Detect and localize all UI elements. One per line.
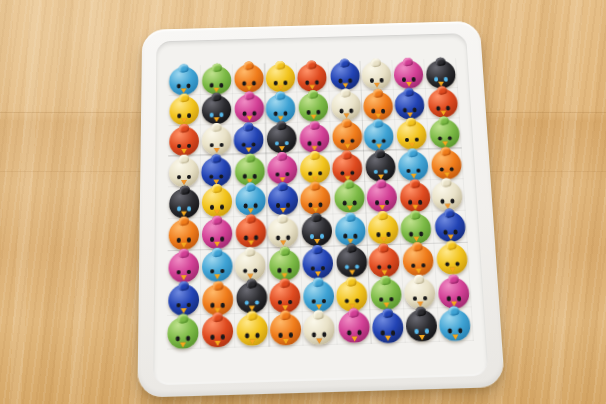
chick-peg-white[interactable] [235,250,266,281]
chick-eye-right [418,200,422,205]
chick-peg-blue[interactable] [302,247,333,278]
chick-eye-right [254,235,258,240]
chick-eye-left [406,168,410,173]
chick-peg-white[interactable] [331,91,361,120]
cell-r3c6 [330,121,364,152]
chick-beak [245,147,251,152]
chick-beak [406,82,412,87]
chick-eye-right [319,203,323,208]
chick-peg-blue[interactable] [372,312,403,344]
chick-peg-red[interactable] [400,182,430,212]
chick-eye-right [219,174,223,179]
chick-eye-right [448,136,452,141]
chick-eye-right [187,175,191,180]
chick-eye-right [355,298,359,303]
cell-r3c1 [168,125,201,156]
chick-eye-left [276,203,280,208]
chick-peg-yellow[interactable] [300,153,331,183]
chick-eye-right [187,238,191,243]
chick-peg-orange[interactable] [402,245,434,276]
chick-peg-magenta[interactable] [168,251,199,282]
chick-eye-right [187,144,191,149]
chick-beak [351,336,357,341]
chick-beak [281,273,287,278]
chick-eye-right [284,81,288,85]
chick-eye-right [286,172,290,177]
chick-peg-cyan[interactable] [169,67,198,96]
chick-eye-right [286,203,290,208]
chick-beak [280,240,286,245]
chick-peg-blue[interactable] [168,284,199,316]
cell-r6c9 [432,211,467,244]
chick-beak [383,302,389,307]
chick-eye-right [444,77,448,81]
cell-r8c3 [234,280,268,314]
cell-r7c8 [401,243,436,276]
chick-peg-red[interactable] [269,281,300,313]
chick-beak [213,117,219,122]
cell-r3c3 [233,123,266,154]
chick-eye-right [187,84,191,88]
chick-eye-left [377,265,381,270]
chick-eye-left [440,199,444,204]
chick-peg-red[interactable] [202,316,233,348]
chick-eye-left [274,81,278,85]
chick-eye-left [244,235,248,240]
chick-eye-left [244,300,248,305]
chick-peg-cyan[interactable] [363,121,394,151]
chick-peg-blue[interactable] [434,211,466,242]
chick-eye-right [221,335,225,340]
chick-peg-blue[interactable] [201,156,231,186]
cell-r2c5 [297,91,330,122]
chick-peg-green[interactable] [167,317,198,349]
chick-eye-right [322,299,326,304]
chick-eye-left [445,262,449,267]
chick-eye-left [308,171,312,176]
chick-eye-right [380,78,384,82]
chick-beak [247,209,253,214]
chick-eye-left [274,111,278,115]
chick-peg-cyan[interactable] [303,280,335,312]
chick-peg-blue[interactable] [394,90,425,119]
chick-eye-left [176,303,180,308]
chick-beak [375,114,381,119]
chick-peg-yellow[interactable] [396,120,427,150]
sudoku-tray [137,21,505,398]
chick-eye-left [414,329,418,334]
chick-eye-left [307,141,311,145]
chick-eye-left [306,110,310,114]
cell-r8c8 [402,276,437,310]
chick-peg-cyan[interactable] [202,250,233,281]
chick-beak [312,176,318,181]
chick-beak [384,336,390,341]
chick-eye-right [221,302,225,307]
cell-r6c7 [366,212,401,245]
chick-peg-black[interactable] [236,281,267,313]
chick-peg-orange[interactable] [332,121,363,151]
chick-peg-magenta[interactable] [393,60,424,89]
cell-r8c1 [167,282,201,316]
chick-beak [181,149,187,154]
chick-eye-right [457,296,461,301]
chick-eye-right [320,234,324,239]
chick-peg-blue[interactable] [268,185,299,216]
board-grid [166,58,473,349]
chick-eye-right [318,171,322,176]
chick-eye-left [409,232,413,237]
cell-r5c2 [200,186,233,218]
cell-r3c7 [362,120,396,151]
chick-eye-left [443,230,447,235]
chick-beak [180,275,186,280]
chick-peg-white[interactable] [303,313,335,345]
chick-peg-white[interactable] [361,61,391,90]
chick-beak [310,115,316,120]
chick-eye-right [351,139,355,144]
cell-r8c2 [201,281,235,315]
chick-eye-right [317,110,321,114]
cell-r3c8 [395,119,429,150]
chick-eye-left [209,174,213,179]
chick-eye-right [446,106,450,110]
chick-beak [214,340,220,345]
chick-peg-black[interactable] [405,310,437,342]
cell-r4c2 [200,155,233,187]
chick-eye-left [436,106,440,110]
chick-peg-yellow[interactable] [368,214,399,245]
chick-beak [447,235,453,240]
chick-eye-right [187,207,191,212]
chick-eye-right [456,262,460,267]
chick-beak [375,144,381,149]
chick-eye-left [343,234,347,239]
chick-peg-orange[interactable] [363,92,393,121]
cell-r7c6 [334,245,369,278]
cell-r6c2 [200,217,233,250]
chick-beak [346,206,352,211]
chick-beak [246,86,252,91]
chick-eye-right [220,237,224,242]
chick-peg-cyan[interactable] [398,151,429,181]
chick-beak [380,237,386,242]
chick-eye-left [177,238,181,243]
chick-beak [379,205,385,210]
chick-eye-right [253,111,257,115]
cell-r1c3 [232,63,264,94]
cell-r6c5 [300,214,334,247]
chick-beak [213,148,219,153]
chick-beak [349,270,355,275]
cell-r3c5 [298,121,331,152]
chick-peg-orange[interactable] [270,314,302,346]
chick-eye-left [176,336,180,341]
chick-peg-red[interactable] [427,89,458,118]
chick-peg-magenta[interactable] [438,277,469,308]
chick-peg-magenta[interactable] [267,154,297,184]
chick-beak [246,116,252,121]
chick-beak [418,334,424,339]
cell-r2c7 [361,90,395,121]
chick-eye-right [358,330,362,335]
chick-eye-left [276,235,280,240]
cell-r7c3 [234,248,268,281]
chick-eye-left [448,329,452,334]
cell-r5c5 [299,183,333,215]
chick-eye-right [387,265,391,270]
chick-peg-black[interactable] [426,60,456,88]
chick-eye-right [458,328,462,333]
chick-eye-left [243,269,247,274]
cell-r2c8 [393,89,427,120]
chick-peg-magenta[interactable] [300,124,330,153]
chick-peg-red[interactable] [297,63,327,92]
chick-peg-orange[interactable] [169,219,199,250]
chick-beak [314,239,320,244]
chick-eye-right [425,329,429,334]
chick-peg-orange[interactable] [234,64,264,93]
wood-table [0,0,606,404]
chick-eye-right [220,205,224,210]
chick-eye-left [405,138,409,143]
chick-beak [373,83,379,88]
chick-peg-yellow[interactable] [436,243,468,274]
chick-eye-left [210,302,214,307]
cell-r6c4 [267,215,301,248]
chick-eye-right [417,168,421,173]
chick-eye-left [177,175,181,180]
chick-eye-right [419,231,423,236]
cell-r2c4 [265,92,298,123]
chick-eye-left [311,266,315,271]
chick-eye-right [322,332,326,337]
chick-eye-left [312,333,316,338]
chick-eye-left [311,299,315,304]
chick-eye-left [242,81,246,85]
chick-eye-left [372,139,376,144]
chick-peg-orange[interactable] [431,149,462,179]
chick-peg-magenta[interactable] [235,94,265,123]
cell-r5c6 [332,182,366,214]
cell-r5c4 [266,184,300,216]
cell-r9c3 [234,313,268,347]
chick-beak [213,210,219,215]
chick-eye-right [221,269,225,274]
chick-peg-green[interactable] [202,66,232,94]
chick-eye-left [340,171,344,176]
chick-eye-left [402,78,406,82]
chick-eye-right [450,167,454,172]
chick-beak [443,172,449,177]
chick-eye-right [391,331,395,336]
chick-beak [282,338,288,343]
chick-eye-left [340,139,344,144]
chick-peg-orange[interactable] [202,284,234,315]
cell-r8c9 [436,275,472,309]
chick-eye-left [242,111,246,115]
chick-eye-left [373,169,377,174]
chick-eye-left [446,296,450,301]
cell-r2c9 [425,88,459,119]
chick-beak [449,267,455,272]
chick-eye-right [451,199,455,204]
chick-peg-yellow[interactable] [266,64,296,93]
chick-beak [410,173,416,178]
chick-beak [316,338,322,343]
chick-eye-right [220,143,224,148]
chick-eye-right [382,139,386,144]
chick-peg-red[interactable] [169,126,199,156]
chick-eye-left [209,113,213,117]
cell-r2c1 [168,95,200,126]
cell-r2c3 [233,93,266,124]
cell-r1c5 [296,62,329,93]
chick-beak [314,271,320,276]
chick-eye-right [254,203,258,208]
chick-eye-left [342,201,346,206]
cell-r8c5 [301,279,336,313]
chick-peg-blue[interactable] [234,125,264,155]
chick-eye-right [252,142,256,147]
chick-eye-right [255,300,259,305]
chick-peg-green[interactable] [235,156,265,185]
chick-beak [343,113,349,118]
chick-peg-black[interactable] [202,95,232,124]
chick-peg-black[interactable] [267,124,297,154]
chick-eye-left [210,335,214,340]
cell-r7c9 [434,242,469,275]
chick-eye-left [242,143,246,148]
chick-eye-left [376,232,380,237]
cell-r7c2 [201,249,235,282]
cell-r7c1 [167,250,201,283]
chick-eye-left [375,201,379,206]
cell-r6c3 [234,216,268,249]
chick-peg-white[interactable] [404,277,436,309]
chick-peg-green[interactable] [400,213,432,244]
chick-eye-left [210,205,214,210]
chick-eye-right [387,232,391,237]
chick-peg-black[interactable] [169,189,200,219]
chick-peg-yellow[interactable] [237,314,268,346]
chick-eye-right [381,109,385,113]
chick-peg-white[interactable] [268,217,299,248]
cell-r4c8 [396,149,430,181]
chick-peg-orange[interactable] [300,185,331,216]
chick-peg-yellow[interactable] [202,187,232,218]
chick-eye-right [354,234,358,239]
chick-eye-left [275,172,279,177]
cell-r1c4 [264,63,297,94]
chick-peg-red[interactable] [368,246,400,277]
chick-peg-magenta[interactable] [202,218,232,249]
chick-peg-black[interactable] [301,216,332,247]
chick-eye-right [413,108,417,112]
chick-eye-left [439,167,443,172]
chick-peg-green[interactable] [429,119,460,149]
cell-r4c5 [298,152,332,184]
chick-beak [440,111,446,116]
cell-r3c2 [200,124,233,155]
cell-r6c1 [167,218,200,251]
chick-eye-right [256,333,260,338]
cell-r4c6 [331,151,365,183]
chick-eye-left [275,141,279,146]
chick-peg-green[interactable] [269,249,300,280]
chick-eye-left [177,114,181,118]
chick-peg-green[interactable] [334,183,365,213]
cell-r5c8 [398,180,433,212]
chick-eye-left [379,297,383,302]
chick-eye-left [403,108,407,112]
chick-eye-left [347,331,351,336]
chick-beak [344,144,350,149]
chick-peg-cyan[interactable] [439,309,472,341]
chick-peg-cyan[interactable] [235,185,265,216]
chick-eye-right [220,83,224,87]
cell-r6c8 [399,212,434,245]
chick-eye-right [289,333,293,338]
cell-r9c7 [370,309,405,343]
chick-beak [280,208,286,213]
chick-peg-green[interactable] [370,278,402,310]
chick-peg-cyan[interactable] [335,216,365,246]
cell-r8c4 [268,279,302,313]
chick-eye-right [252,81,256,85]
cell-r8c6 [335,278,370,312]
chick-peg-red[interactable] [332,153,363,183]
chick-beak [442,141,448,146]
chick-eye-right [187,270,191,275]
chick-peg-yellow[interactable] [169,96,198,125]
chick-eye-left [243,174,247,179]
chick-peg-red[interactable] [236,217,267,248]
chick-eye-left [338,79,342,83]
cell-r2c6 [329,90,362,121]
chick-eye-right [348,79,352,83]
chick-peg-black[interactable] [365,151,396,181]
chick-peg-magenta[interactable] [366,182,397,212]
chick-beak [214,274,220,279]
chick-beak [181,118,187,123]
cell-r5c7 [365,181,399,213]
chick-eye-right [454,230,458,235]
chick-peg-white[interactable] [431,181,463,211]
chick-eye-right [253,268,257,273]
cell-r9c8 [404,308,440,342]
chick-peg-black[interactable] [336,246,368,277]
cell-r1c2 [200,64,232,95]
chick-peg-cyan[interactable] [266,94,296,123]
chick-peg-magenta[interactable] [338,311,370,343]
chick-peg-green[interactable] [298,93,328,122]
chick-peg-white[interactable] [202,125,232,155]
chick-eye-right [385,200,389,205]
cell-r8c7 [369,277,404,311]
chick-eye-right [389,297,393,302]
chick-eye-left [345,298,349,303]
chick-eye-left [177,144,181,149]
cell-r9c9 [437,308,473,342]
chick-peg-blue[interactable] [330,62,360,91]
chick-peg-yellow[interactable] [336,279,368,311]
chick-eye-right [353,201,357,206]
cell-r1c7 [360,60,393,90]
chick-beak [248,240,254,245]
chick-peg-white[interactable] [169,157,199,187]
chick-eye-left [176,270,180,275]
